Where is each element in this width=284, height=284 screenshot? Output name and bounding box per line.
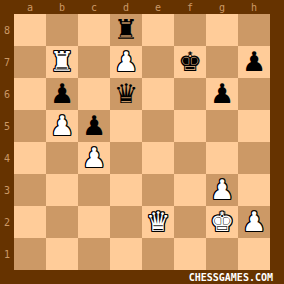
piece-black-pawn[interactable]: ♟ bbox=[82, 112, 106, 139]
square-g3[interactable]: ♟ bbox=[206, 174, 238, 206]
square-a5[interactable] bbox=[14, 110, 46, 142]
square-b4[interactable] bbox=[46, 142, 78, 174]
square-a4[interactable] bbox=[14, 142, 46, 174]
square-g8[interactable] bbox=[206, 14, 238, 46]
rank-label-2: 2 bbox=[0, 206, 14, 238]
square-a7[interactable] bbox=[14, 46, 46, 78]
square-d1[interactable] bbox=[110, 238, 142, 270]
rank-label-3: 3 bbox=[0, 174, 14, 206]
square-e7[interactable] bbox=[142, 46, 174, 78]
file-label-h: h bbox=[238, 0, 270, 15]
square-g6[interactable]: ♟ bbox=[206, 78, 238, 110]
file-label-e: e bbox=[142, 0, 174, 15]
chess-diagram: abcdefgh 87654321 ♜♜♟♚♟♟♛♟♟♟♟♟♛♚♟ CHESSG… bbox=[0, 0, 284, 284]
square-h2[interactable]: ♟ bbox=[238, 206, 270, 238]
square-a2[interactable] bbox=[14, 206, 46, 238]
square-e2[interactable]: ♛ bbox=[142, 206, 174, 238]
square-f3[interactable] bbox=[174, 174, 206, 206]
square-h4[interactable] bbox=[238, 142, 270, 174]
square-f8[interactable] bbox=[174, 14, 206, 46]
square-e8[interactable] bbox=[142, 14, 174, 46]
square-f6[interactable] bbox=[174, 78, 206, 110]
square-e1[interactable] bbox=[142, 238, 174, 270]
rank-labels: 87654321 bbox=[0, 14, 14, 270]
square-g4[interactable] bbox=[206, 142, 238, 174]
square-b1[interactable] bbox=[46, 238, 78, 270]
file-label-f: f bbox=[174, 0, 206, 15]
piece-white-pawn[interactable]: ♟ bbox=[50, 112, 74, 139]
square-c4[interactable]: ♟ bbox=[78, 142, 110, 174]
file-label-a: a bbox=[14, 0, 46, 15]
file-label-c: c bbox=[78, 0, 110, 15]
file-label-g: g bbox=[206, 0, 238, 15]
square-f5[interactable] bbox=[174, 110, 206, 142]
square-c5[interactable]: ♟ bbox=[78, 110, 110, 142]
square-a1[interactable] bbox=[14, 238, 46, 270]
rank-label-5: 5 bbox=[0, 110, 14, 142]
square-e4[interactable] bbox=[142, 142, 174, 174]
square-d4[interactable] bbox=[110, 142, 142, 174]
square-b7[interactable]: ♜ bbox=[46, 46, 78, 78]
piece-white-pawn[interactable]: ♟ bbox=[114, 48, 138, 75]
square-b6[interactable]: ♟ bbox=[46, 78, 78, 110]
piece-white-king[interactable]: ♚ bbox=[210, 208, 234, 235]
square-h1[interactable] bbox=[238, 238, 270, 270]
square-h8[interactable] bbox=[238, 14, 270, 46]
rank-label-6: 6 bbox=[0, 78, 14, 110]
square-f7[interactable]: ♚ bbox=[174, 46, 206, 78]
square-d8[interactable]: ♜ bbox=[110, 14, 142, 46]
piece-black-queen[interactable]: ♛ bbox=[114, 80, 138, 107]
square-e6[interactable] bbox=[142, 78, 174, 110]
file-labels: abcdefgh bbox=[14, 0, 270, 14]
square-d7[interactable]: ♟ bbox=[110, 46, 142, 78]
square-e5[interactable] bbox=[142, 110, 174, 142]
square-a6[interactable] bbox=[14, 78, 46, 110]
square-d6[interactable]: ♛ bbox=[110, 78, 142, 110]
rank-label-1: 1 bbox=[0, 238, 14, 270]
square-g7[interactable] bbox=[206, 46, 238, 78]
square-c2[interactable] bbox=[78, 206, 110, 238]
piece-black-pawn[interactable]: ♟ bbox=[50, 80, 74, 107]
square-b5[interactable]: ♟ bbox=[46, 110, 78, 142]
square-d2[interactable] bbox=[110, 206, 142, 238]
square-c1[interactable] bbox=[78, 238, 110, 270]
square-h3[interactable] bbox=[238, 174, 270, 206]
piece-white-pawn[interactable]: ♟ bbox=[210, 176, 234, 203]
piece-black-king[interactable]: ♚ bbox=[178, 48, 202, 75]
square-b3[interactable] bbox=[46, 174, 78, 206]
square-d3[interactable] bbox=[110, 174, 142, 206]
rank-label-8: 8 bbox=[0, 14, 14, 46]
square-h5[interactable] bbox=[238, 110, 270, 142]
square-g2[interactable]: ♚ bbox=[206, 206, 238, 238]
square-h7[interactable]: ♟ bbox=[238, 46, 270, 78]
chess-board: ♜♜♟♚♟♟♛♟♟♟♟♟♛♚♟ bbox=[14, 14, 270, 270]
square-a3[interactable] bbox=[14, 174, 46, 206]
piece-white-pawn[interactable]: ♟ bbox=[242, 208, 266, 235]
square-c3[interactable] bbox=[78, 174, 110, 206]
square-f2[interactable] bbox=[174, 206, 206, 238]
file-label-b: b bbox=[46, 0, 78, 15]
rank-label-4: 4 bbox=[0, 142, 14, 174]
square-h6[interactable] bbox=[238, 78, 270, 110]
rank-label-7: 7 bbox=[0, 46, 14, 78]
square-c6[interactable] bbox=[78, 78, 110, 110]
piece-white-pawn[interactable]: ♟ bbox=[82, 144, 106, 171]
square-a8[interactable] bbox=[14, 14, 46, 46]
piece-white-rook[interactable]: ♜ bbox=[50, 48, 74, 75]
square-f1[interactable] bbox=[174, 238, 206, 270]
chessgames-watermark: CHESSGAMES.COM bbox=[189, 272, 273, 283]
square-f4[interactable] bbox=[174, 142, 206, 174]
square-e3[interactable] bbox=[142, 174, 174, 206]
square-b8[interactable] bbox=[46, 14, 78, 46]
square-c7[interactable] bbox=[78, 46, 110, 78]
square-g5[interactable] bbox=[206, 110, 238, 142]
square-g1[interactable] bbox=[206, 238, 238, 270]
piece-white-queen[interactable]: ♛ bbox=[146, 208, 170, 235]
square-c8[interactable] bbox=[78, 14, 110, 46]
piece-black-rook[interactable]: ♜ bbox=[114, 16, 138, 43]
piece-black-pawn[interactable]: ♟ bbox=[210, 80, 234, 107]
square-d5[interactable] bbox=[110, 110, 142, 142]
square-b2[interactable] bbox=[46, 206, 78, 238]
piece-black-pawn[interactable]: ♟ bbox=[242, 48, 266, 75]
